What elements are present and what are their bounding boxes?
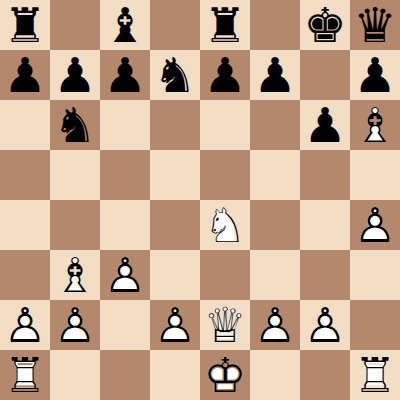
rook-icon: ♖ — [0, 350, 50, 400]
square-c4[interactable] — [100, 200, 150, 250]
square-a6[interactable] — [0, 100, 50, 150]
pawn-icon: ♙ — [350, 200, 400, 250]
knight-icon: ♘ — [200, 200, 250, 250]
square-b3[interactable]: ♝♗ — [50, 250, 100, 300]
square-c6[interactable] — [100, 100, 150, 150]
black-pawn[interactable]: ♟ — [0, 50, 50, 100]
square-c3[interactable]: ♟♙ — [100, 250, 150, 300]
pawn-icon: ♙ — [50, 300, 100, 350]
black-knight[interactable]: ♞ — [150, 50, 200, 100]
square-e4[interactable]: ♞♘ — [200, 200, 250, 250]
square-g7[interactable] — [300, 50, 350, 100]
queen-icon-fill: ♛ — [350, 0, 400, 50]
square-a8[interactable]: ♜ — [0, 0, 50, 50]
black-pawn[interactable]: ♟ — [350, 50, 400, 100]
bishop-icon-fill: ♝ — [100, 0, 150, 50]
black-rook[interactable]: ♜ — [200, 0, 250, 50]
white-pawn[interactable]: ♟♙ — [300, 300, 350, 350]
rook-icon-fill: ♜ — [0, 0, 50, 50]
white-bishop[interactable]: ♝♗ — [50, 250, 100, 300]
square-d4[interactable] — [150, 200, 200, 250]
square-a2[interactable]: ♟♙ — [0, 300, 50, 350]
square-b4[interactable] — [50, 200, 100, 250]
square-f4[interactable] — [250, 200, 300, 250]
square-b7[interactable]: ♟ — [50, 50, 100, 100]
square-h4[interactable]: ♟♙ — [350, 200, 400, 250]
square-g5[interactable] — [300, 150, 350, 200]
pawn-icon-fill: ♟ — [250, 50, 300, 100]
square-f5[interactable] — [250, 150, 300, 200]
white-bishop[interactable]: ♝♗ — [350, 100, 400, 150]
square-d3[interactable] — [150, 250, 200, 300]
square-h6[interactable]: ♝♗ — [350, 100, 400, 150]
pawn-icon-fill: ♟ — [300, 100, 350, 150]
black-pawn[interactable]: ♟ — [250, 50, 300, 100]
pawn-icon-fill: ♟ — [0, 50, 50, 100]
square-h5[interactable] — [350, 150, 400, 200]
square-c5[interactable] — [100, 150, 150, 200]
square-d5[interactable] — [150, 150, 200, 200]
white-pawn[interactable]: ♟♙ — [50, 300, 100, 350]
square-b8[interactable] — [50, 0, 100, 50]
square-a7[interactable]: ♟ — [0, 50, 50, 100]
square-a4[interactable] — [0, 200, 50, 250]
square-g3[interactable] — [300, 250, 350, 300]
king-icon-fill: ♚ — [300, 0, 350, 50]
square-f3[interactable] — [250, 250, 300, 300]
pawn-icon: ♙ — [100, 250, 150, 300]
knight-icon-fill: ♞ — [50, 100, 100, 150]
square-h8[interactable]: ♛ — [350, 0, 400, 50]
rook-icon: ♖ — [350, 350, 400, 400]
rook-icon-fill: ♜ — [200, 0, 250, 50]
square-d1[interactable] — [150, 350, 200, 400]
square-d7[interactable]: ♞ — [150, 50, 200, 100]
square-e2[interactable]: ♛♕ — [200, 300, 250, 350]
square-d2[interactable]: ♟♙ — [150, 300, 200, 350]
white-rook[interactable]: ♜♖ — [350, 350, 400, 400]
square-h3[interactable] — [350, 250, 400, 300]
pawn-icon: ♙ — [0, 300, 50, 350]
square-f6[interactable] — [250, 100, 300, 150]
square-e5[interactable] — [200, 150, 250, 200]
white-pawn[interactable]: ♟♙ — [350, 200, 400, 250]
white-king[interactable]: ♚♔ — [200, 350, 250, 400]
pawn-icon-fill: ♟ — [100, 50, 150, 100]
queen-icon: ♕ — [200, 300, 250, 350]
square-d8[interactable] — [150, 0, 200, 50]
square-a3[interactable] — [0, 250, 50, 300]
black-bishop[interactable]: ♝ — [100, 0, 150, 50]
knight-icon-fill: ♞ — [150, 50, 200, 100]
black-pawn[interactable]: ♟ — [50, 50, 100, 100]
square-h1[interactable]: ♜♖ — [350, 350, 400, 400]
square-b5[interactable] — [50, 150, 100, 200]
square-e8[interactable]: ♜ — [200, 0, 250, 50]
square-f1[interactable] — [250, 350, 300, 400]
square-f2[interactable]: ♟♙ — [250, 300, 300, 350]
square-a1[interactable]: ♜♖ — [0, 350, 50, 400]
square-b1[interactable] — [50, 350, 100, 400]
square-d6[interactable] — [150, 100, 200, 150]
square-g6[interactable]: ♟ — [300, 100, 350, 150]
king-icon: ♔ — [200, 350, 250, 400]
pawn-icon: ♙ — [150, 300, 200, 350]
white-pawn[interactable]: ♟♙ — [0, 300, 50, 350]
square-b6[interactable]: ♞ — [50, 100, 100, 150]
black-pawn[interactable]: ♟ — [200, 50, 250, 100]
square-g1[interactable] — [300, 350, 350, 400]
square-e3[interactable] — [200, 250, 250, 300]
square-h2[interactable] — [350, 300, 400, 350]
square-e1[interactable]: ♚♔ — [200, 350, 250, 400]
white-knight[interactable]: ♞♘ — [200, 200, 250, 250]
square-f8[interactable] — [250, 0, 300, 50]
square-c1[interactable] — [100, 350, 150, 400]
black-pawn[interactable]: ♟ — [100, 50, 150, 100]
square-a5[interactable] — [0, 150, 50, 200]
black-rook[interactable]: ♜ — [0, 0, 50, 50]
white-queen[interactable]: ♛♕ — [200, 300, 250, 350]
white-rook[interactable]: ♜♖ — [0, 350, 50, 400]
square-b2[interactable]: ♟♙ — [50, 300, 100, 350]
black-queen[interactable]: ♛ — [350, 0, 400, 50]
square-g8[interactable]: ♚ — [300, 0, 350, 50]
pawn-icon: ♙ — [300, 300, 350, 350]
pawn-icon-fill: ♟ — [350, 50, 400, 100]
square-g2[interactable]: ♟♙ — [300, 300, 350, 350]
square-h7[interactable]: ♟ — [350, 50, 400, 100]
bishop-icon: ♗ — [350, 100, 400, 150]
black-knight[interactable]: ♞ — [50, 100, 100, 150]
pawn-icon-fill: ♟ — [50, 50, 100, 100]
pawn-icon: ♙ — [250, 300, 300, 350]
white-pawn[interactable]: ♟♙ — [100, 250, 150, 300]
chess-board: ♜♝♜♚♛♟♟♟♞♟♟♟♞♟♝♗♞♘♟♙♝♗♟♙♟♙♟♙♟♙♛♕♟♙♟♙♜♖♚♔… — [0, 0, 400, 400]
black-pawn[interactable]: ♟ — [300, 100, 350, 150]
pawn-icon-fill: ♟ — [200, 50, 250, 100]
black-king[interactable]: ♚ — [300, 0, 350, 50]
square-g4[interactable] — [300, 200, 350, 250]
white-pawn[interactable]: ♟♙ — [250, 300, 300, 350]
square-c2[interactable] — [100, 300, 150, 350]
white-pawn[interactable]: ♟♙ — [150, 300, 200, 350]
bishop-icon: ♗ — [50, 250, 100, 300]
square-f7[interactable]: ♟ — [250, 50, 300, 100]
square-e7[interactable]: ♟ — [200, 50, 250, 100]
square-e6[interactable] — [200, 100, 250, 150]
square-c8[interactable]: ♝ — [100, 0, 150, 50]
square-c7[interactable]: ♟ — [100, 50, 150, 100]
